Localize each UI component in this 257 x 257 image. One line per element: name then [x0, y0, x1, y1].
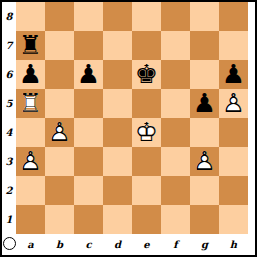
- square-f6[interactable]: [161, 60, 190, 89]
- file-label-b: b: [45, 234, 74, 255]
- black-rook[interactable]: ♜: [16, 31, 45, 60]
- square-d5[interactable]: [103, 89, 132, 118]
- rank-label-4: 4: [2, 118, 16, 147]
- square-h2[interactable]: [219, 176, 248, 205]
- square-h8[interactable]: [219, 2, 248, 31]
- square-c8[interactable]: [74, 2, 103, 31]
- square-e3[interactable]: [132, 147, 161, 176]
- square-d3[interactable]: [103, 147, 132, 176]
- rank-label-3: 3: [2, 147, 16, 176]
- square-f1[interactable]: [161, 205, 190, 234]
- square-g7[interactable]: [190, 31, 219, 60]
- square-b5[interactable]: [45, 89, 74, 118]
- rank-label-5: 5: [2, 89, 16, 118]
- square-h7[interactable]: [219, 31, 248, 60]
- square-c3[interactable]: [74, 147, 103, 176]
- square-h1[interactable]: [219, 205, 248, 234]
- square-c4[interactable]: [74, 118, 103, 147]
- square-a1[interactable]: [16, 205, 45, 234]
- square-h4[interactable]: [219, 118, 248, 147]
- square-b8[interactable]: [45, 2, 74, 31]
- square-d1[interactable]: [103, 205, 132, 234]
- black-pawn[interactable]: ♟: [190, 89, 219, 118]
- chess-diagram: ♜♟♟♚♟♜♖♟♟♙♟♙♚♔♟♙♟♙ 8 7 6 5 4 3 2 1 a b c…: [0, 0, 257, 257]
- square-c6[interactable]: ♟: [74, 60, 103, 89]
- black-pawn[interactable]: ♟: [219, 60, 248, 89]
- square-d2[interactable]: [103, 176, 132, 205]
- square-a4[interactable]: [16, 118, 45, 147]
- square-a3[interactable]: ♟♙: [16, 147, 45, 176]
- square-h5[interactable]: ♟♙: [219, 89, 248, 118]
- square-f3[interactable]: [161, 147, 190, 176]
- square-e5[interactable]: [132, 89, 161, 118]
- square-b2[interactable]: [45, 176, 74, 205]
- square-h6[interactable]: ♟: [219, 60, 248, 89]
- white-pawn[interactable]: ♟♙: [190, 147, 219, 176]
- file-label-c: c: [74, 234, 103, 255]
- square-a8[interactable]: [16, 2, 45, 31]
- square-a5[interactable]: ♜♖: [16, 89, 45, 118]
- square-b6[interactable]: [45, 60, 74, 89]
- file-label-g: g: [190, 234, 219, 255]
- white-pawn[interactable]: ♟♙: [219, 89, 248, 118]
- square-c1[interactable]: [74, 205, 103, 234]
- square-f8[interactable]: [161, 2, 190, 31]
- square-f5[interactable]: [161, 89, 190, 118]
- square-g6[interactable]: [190, 60, 219, 89]
- file-label-a: a: [16, 234, 45, 255]
- square-b4[interactable]: ♟♙: [45, 118, 74, 147]
- black-pawn[interactable]: ♟: [16, 60, 45, 89]
- square-a7[interactable]: ♜: [16, 31, 45, 60]
- square-b3[interactable]: [45, 147, 74, 176]
- square-e1[interactable]: [132, 205, 161, 234]
- file-label-d: d: [103, 234, 132, 255]
- black-king[interactable]: ♚: [132, 60, 161, 89]
- square-g3[interactable]: ♟♙: [190, 147, 219, 176]
- square-a6[interactable]: ♟: [16, 60, 45, 89]
- white-pawn[interactable]: ♟♙: [45, 118, 74, 147]
- white-to-move-indicator-icon: [3, 237, 16, 250]
- square-a2[interactable]: [16, 176, 45, 205]
- black-pawn[interactable]: ♟: [74, 60, 103, 89]
- file-label-e: e: [132, 234, 161, 255]
- square-g4[interactable]: [190, 118, 219, 147]
- square-b7[interactable]: [45, 31, 74, 60]
- square-f7[interactable]: [161, 31, 190, 60]
- file-label-h: h: [219, 234, 248, 255]
- square-d7[interactable]: [103, 31, 132, 60]
- square-e6[interactable]: ♚: [132, 60, 161, 89]
- file-labels: a b c d e f g h: [16, 234, 248, 255]
- rank-label-6: 6: [2, 60, 16, 89]
- white-rook[interactable]: ♜♖: [16, 89, 45, 118]
- square-g8[interactable]: [190, 2, 219, 31]
- rank-label-8: 8: [2, 2, 16, 31]
- square-g5[interactable]: ♟: [190, 89, 219, 118]
- square-c7[interactable]: [74, 31, 103, 60]
- square-d8[interactable]: [103, 2, 132, 31]
- square-h3[interactable]: [219, 147, 248, 176]
- square-d6[interactable]: [103, 60, 132, 89]
- square-f2[interactable]: [161, 176, 190, 205]
- square-e2[interactable]: [132, 176, 161, 205]
- square-c2[interactable]: [74, 176, 103, 205]
- rank-label-2: 2: [2, 176, 16, 205]
- square-e4[interactable]: ♚♔: [132, 118, 161, 147]
- board: ♜♟♟♚♟♜♖♟♟♙♟♙♚♔♟♙♟♙: [16, 2, 248, 234]
- square-b1[interactable]: [45, 205, 74, 234]
- square-c5[interactable]: [74, 89, 103, 118]
- file-label-f: f: [161, 234, 190, 255]
- rank-label-1: 1: [2, 205, 16, 234]
- square-d4[interactable]: [103, 118, 132, 147]
- square-e7[interactable]: [132, 31, 161, 60]
- rank-labels: 8 7 6 5 4 3 2 1: [2, 2, 16, 234]
- rank-label-7: 7: [2, 31, 16, 60]
- square-e8[interactable]: [132, 2, 161, 31]
- square-g1[interactable]: [190, 205, 219, 234]
- square-g2[interactable]: [190, 176, 219, 205]
- square-f4[interactable]: [161, 118, 190, 147]
- white-pawn[interactable]: ♟♙: [16, 147, 45, 176]
- white-king[interactable]: ♚♔: [132, 118, 161, 147]
